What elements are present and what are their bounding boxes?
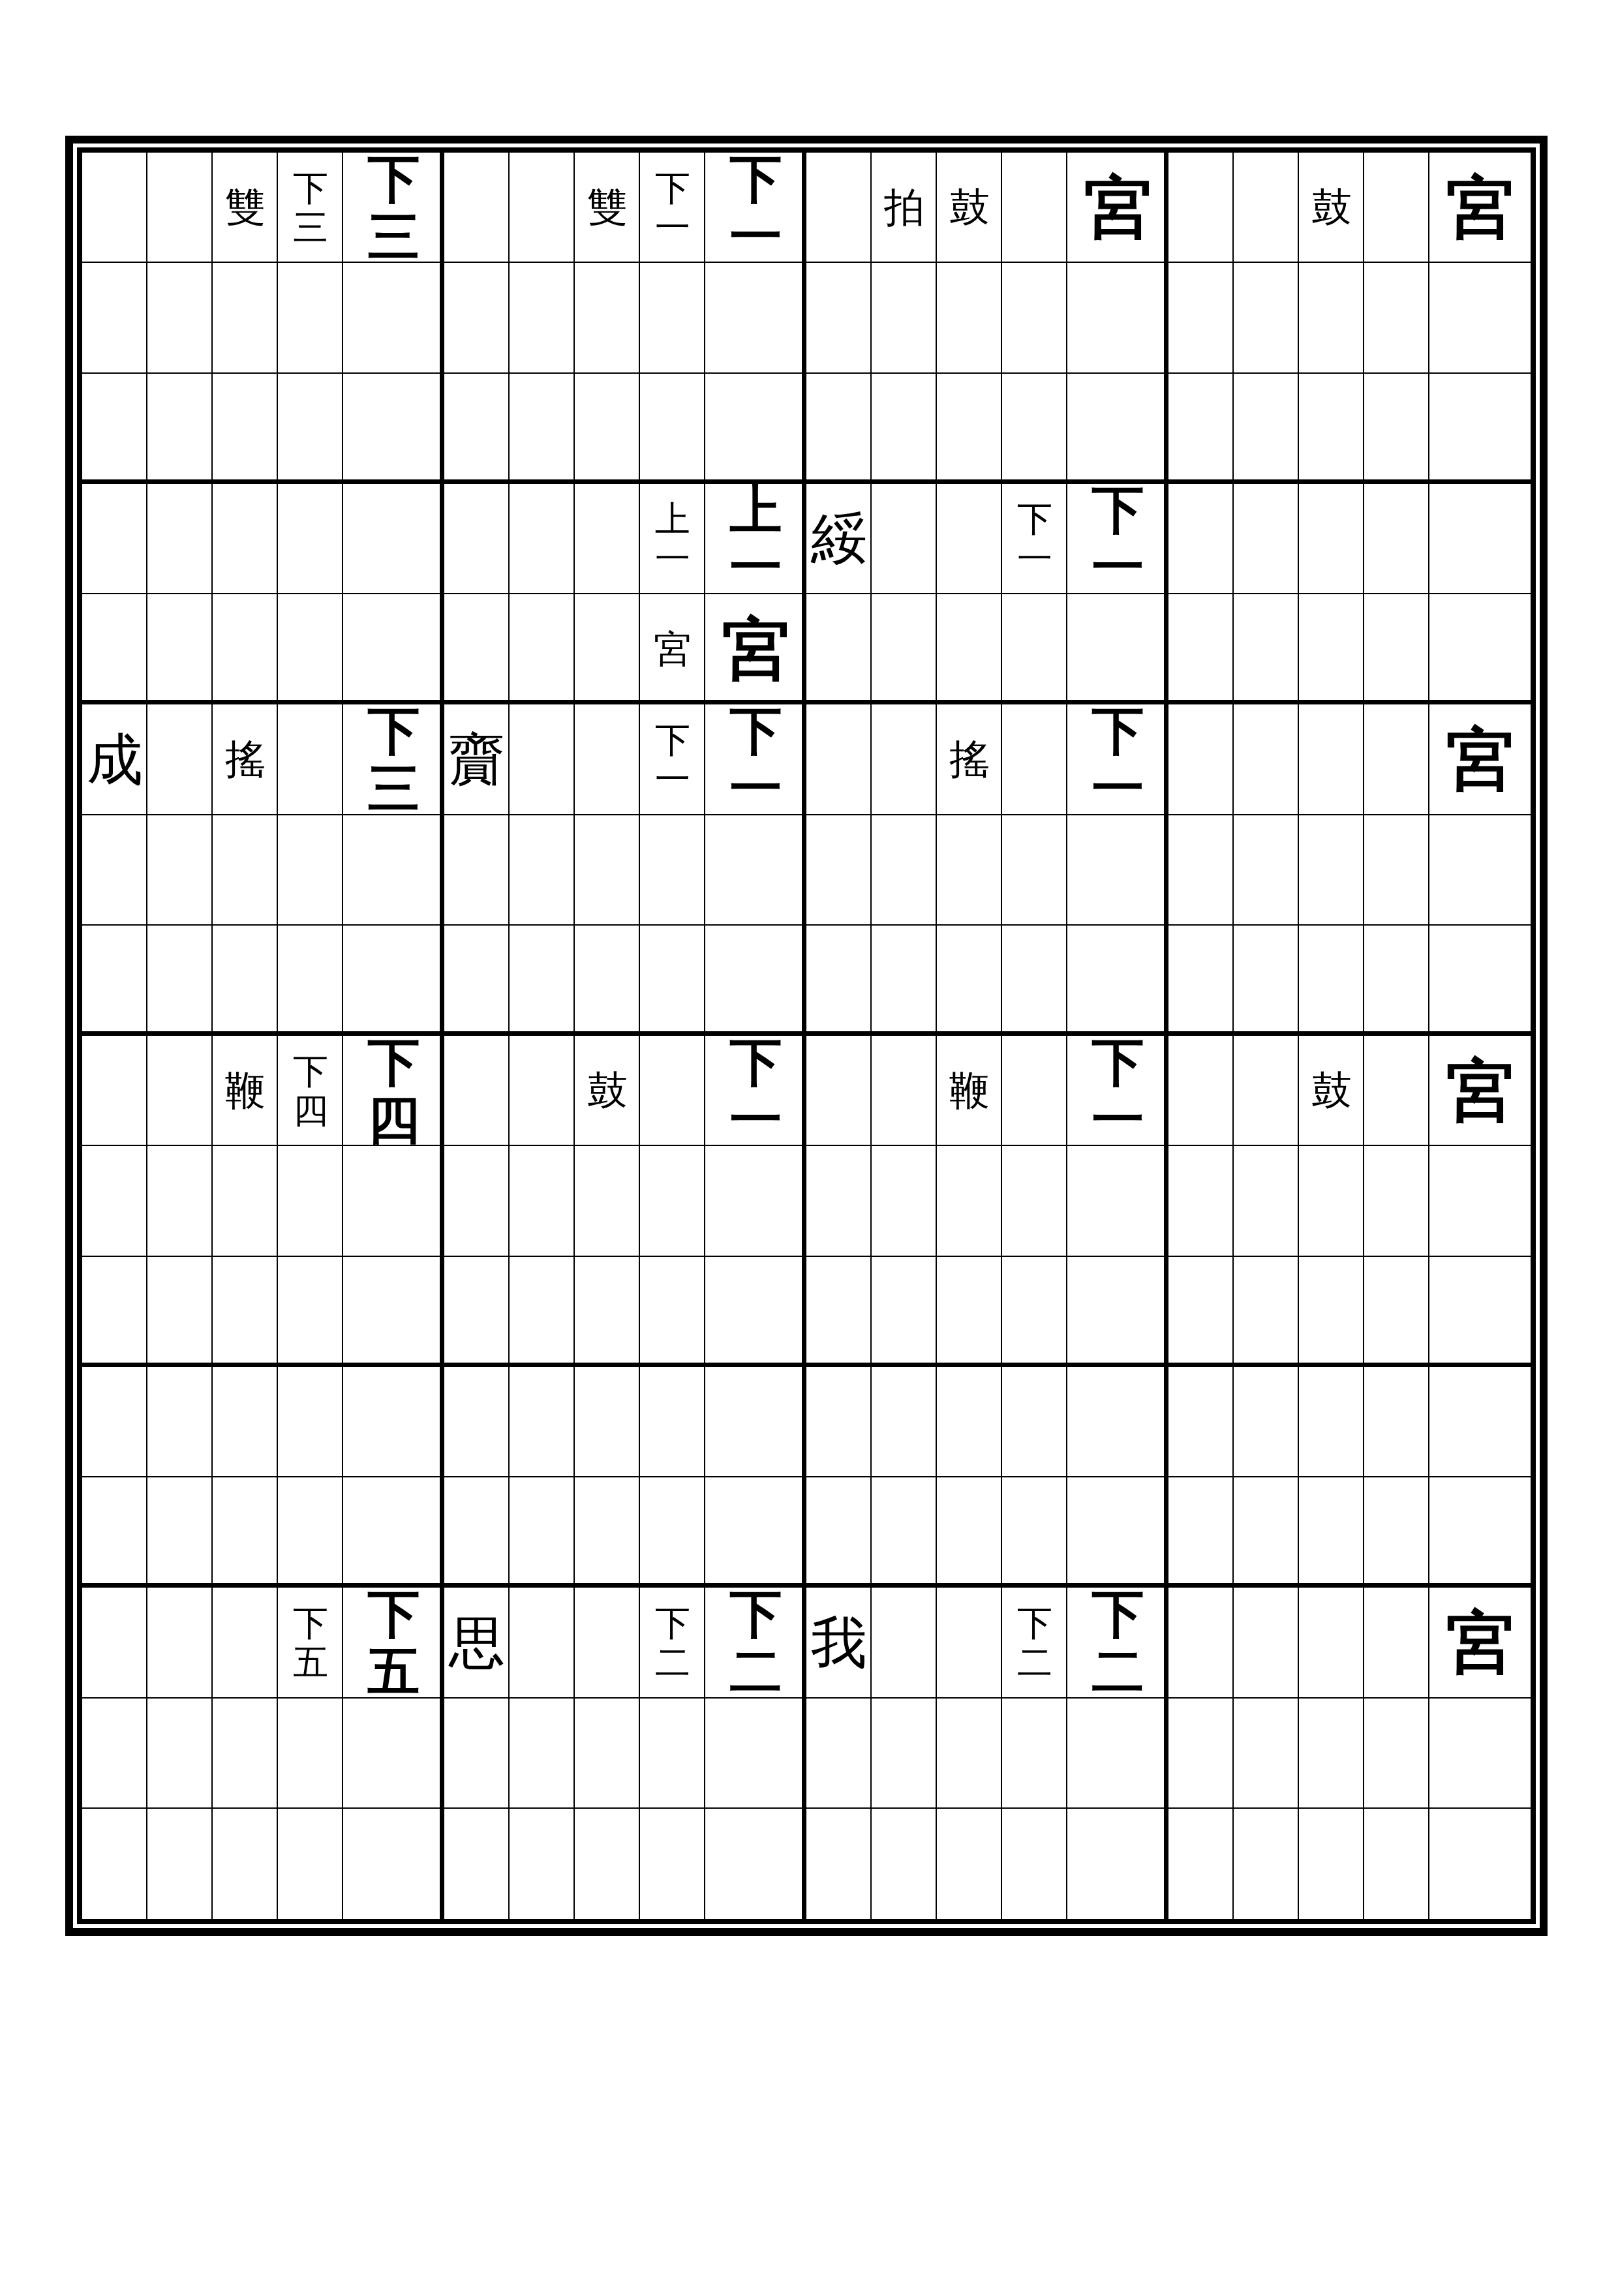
- grid-cell: [278, 926, 343, 1036]
- grid-cell: [1429, 1146, 1531, 1256]
- grid-cell: [278, 1699, 343, 1809]
- grid-cell: [278, 1809, 343, 1919]
- instrument-mark: 雙: [587, 187, 628, 229]
- grid-cell: [1364, 926, 1429, 1036]
- grid-cell: [343, 263, 444, 373]
- grid-cell: [1429, 374, 1531, 484]
- grid-cell: [575, 1699, 640, 1809]
- grid-cell: [147, 1477, 213, 1588]
- grid-cell: [147, 1146, 213, 1256]
- grid-cell: [1067, 594, 1168, 704]
- grid-cell: [1234, 704, 1299, 815]
- grid-cell: [1168, 1809, 1234, 1919]
- grid-cell: [213, 1367, 278, 1477]
- grid-cell: [1429, 1257, 1531, 1367]
- grid-cell: [510, 263, 575, 373]
- glyph-char: 下: [730, 1586, 782, 1643]
- grid-cell: [1067, 815, 1168, 926]
- grid-cell: [806, 1257, 872, 1367]
- grid-cell: [872, 1477, 937, 1588]
- grid-cell: [1364, 1699, 1429, 1809]
- grid-cell: [1168, 704, 1234, 815]
- grid-cell: [1168, 484, 1234, 594]
- grid-cell: [1168, 263, 1234, 373]
- grid-cell: [1067, 926, 1168, 1036]
- grid-cell: [343, 1146, 444, 1256]
- glyph-char: 下: [1017, 500, 1052, 539]
- grid-cell: [640, 1146, 705, 1256]
- grid-cell: [705, 1699, 806, 1809]
- grid-cell: [213, 1477, 278, 1588]
- grid-cell: [1168, 374, 1234, 484]
- grid-cell: [278, 374, 343, 484]
- grid-cell: [1002, 263, 1067, 373]
- glyph-char: 一: [1092, 1091, 1144, 1149]
- grid-cell: [343, 1809, 444, 1919]
- grid-cell: [343, 1257, 444, 1367]
- pitch-small: 下二: [655, 1603, 690, 1682]
- grid-cell: [147, 484, 213, 594]
- glyph-char: 下: [1092, 702, 1144, 760]
- grid-cell: [937, 484, 1002, 594]
- grid-cell: [705, 1367, 806, 1477]
- grid-cell: [1067, 374, 1168, 484]
- glyph-char: 下: [655, 168, 690, 207]
- lyric-char: 我: [811, 1615, 867, 1671]
- table-outer-frame: 雙下三下三雙下一下一拍鼓宮鼓宮上一上一綏下一下一宮宮成搖下三齎下一下一搖下一宮鞭…: [65, 136, 1548, 1936]
- grid-cell: [937, 926, 1002, 1036]
- grid-cell: [1067, 1477, 1168, 1588]
- glyph-char: 一: [1017, 539, 1052, 578]
- grid-cell: [1364, 704, 1429, 815]
- glyph-char: 二: [655, 1643, 690, 1682]
- glyph-char: 下: [293, 1051, 328, 1091]
- grid-cell: [1002, 1257, 1067, 1367]
- grid-cell: [444, 815, 510, 926]
- grid-cell: [1234, 1699, 1299, 1809]
- grid-cell: [1429, 926, 1531, 1036]
- glyph-char: 一: [655, 760, 690, 799]
- grid-cell: [1299, 484, 1364, 594]
- grid-cell: [806, 1367, 872, 1477]
- grid-cell: [343, 1699, 444, 1809]
- grid-cell: [1299, 374, 1364, 484]
- grid-cell: [1168, 926, 1234, 1036]
- grid-cell: [82, 153, 147, 263]
- grid-cell: [806, 1036, 872, 1146]
- grid-cell: [147, 704, 213, 815]
- grid-cell: [213, 1809, 278, 1919]
- grid-cell: [872, 594, 937, 704]
- grid-cell: [806, 1699, 872, 1809]
- grid-cell: [82, 1588, 147, 1698]
- grid-cell: [806, 704, 872, 815]
- pitch-large: 下一: [1092, 1034, 1144, 1149]
- pitch-large: 下二: [1092, 1586, 1144, 1700]
- glyph-char: 一: [730, 1091, 782, 1149]
- grid-cell: [82, 1036, 147, 1146]
- grid-cell: [213, 1588, 278, 1698]
- grid-cell: [575, 1809, 640, 1919]
- grid-cell: [510, 374, 575, 484]
- grid-cell: [1168, 594, 1234, 704]
- grid-cell: [705, 374, 806, 484]
- grid-cell: [1364, 1477, 1429, 1588]
- grid-cell: [937, 594, 1002, 704]
- glyph-char: 二: [1092, 1643, 1144, 1700]
- grid-cell: [575, 1257, 640, 1367]
- grid-cell: [872, 926, 937, 1036]
- grid-cell: [1299, 1809, 1364, 1919]
- glyph-char: 下: [655, 1603, 690, 1642]
- grid-cell: [1168, 1146, 1234, 1256]
- grid-cell: [1429, 1367, 1531, 1477]
- glyph-char: 下: [730, 702, 782, 760]
- glyph-char: 一: [1092, 539, 1144, 596]
- grid-cell: [640, 1367, 705, 1477]
- grid-cell: [872, 1367, 937, 1477]
- grid-cell: [872, 1588, 937, 1698]
- grid-cell: [937, 1588, 1002, 1698]
- grid-cell: [1364, 594, 1429, 704]
- grid-cell: [1364, 1146, 1429, 1256]
- grid-cell: [1067, 1257, 1168, 1367]
- grid-cell: [872, 263, 937, 373]
- glyph-char: 下: [368, 1034, 420, 1091]
- glyph-char: 上: [655, 500, 690, 539]
- grid-cell: [872, 1809, 937, 1919]
- glyph-char: 下: [293, 168, 328, 207]
- glyph-char: 五: [368, 1643, 420, 1700]
- scanned-score-page: { "game": "chinese-ritual-music-score-gr…: [0, 0, 1618, 2296]
- glyph-char: 下: [293, 1603, 328, 1642]
- grid-cell: [1002, 815, 1067, 926]
- grid-cell: [1364, 1257, 1429, 1367]
- grid-cell: [937, 1257, 1002, 1367]
- glyph-char: 二: [1017, 1643, 1052, 1682]
- grid-cell: [575, 263, 640, 373]
- grid-cell: [444, 1146, 510, 1256]
- grid-cell: [510, 1699, 575, 1809]
- grid-cell: [806, 815, 872, 926]
- grid-cell: [1234, 374, 1299, 484]
- grid-cell: [1429, 484, 1531, 594]
- grid-cell: [575, 1146, 640, 1256]
- pitch-large: 宮: [1446, 723, 1514, 797]
- glyph-char: 一: [730, 539, 782, 596]
- grid-cell: [213, 263, 278, 373]
- instrument-mark: 鼓: [587, 1070, 628, 1112]
- glyph-char: 一: [730, 208, 782, 265]
- grid-cell: [343, 484, 444, 594]
- grid-cell: [872, 815, 937, 926]
- pitch-large: 下二: [730, 1586, 782, 1700]
- grid-cell: [1002, 926, 1067, 1036]
- lyric-char: 思: [449, 1615, 505, 1671]
- instrument-mark: 鼓: [949, 187, 990, 229]
- grid-cell: [444, 263, 510, 373]
- grid-cell: [575, 926, 640, 1036]
- grid-cell: [1364, 263, 1429, 373]
- grid-cell: [937, 1146, 1002, 1256]
- lyric-char: 齎: [449, 732, 505, 788]
- grid-cell: [147, 374, 213, 484]
- grid-cell: [1299, 1699, 1364, 1809]
- grid-cell: [343, 815, 444, 926]
- grid-cell: [705, 263, 806, 373]
- grid-cell: [575, 815, 640, 926]
- grid-cell: [1234, 1367, 1299, 1477]
- grid-cell: [1299, 815, 1364, 926]
- grid-cell: [82, 484, 147, 594]
- grid-cell: [510, 1588, 575, 1698]
- grid-cell: [510, 815, 575, 926]
- grid-cell: [278, 815, 343, 926]
- grid-cell: [640, 926, 705, 1036]
- glyph-char: 四: [368, 1091, 420, 1149]
- grid-cell: [444, 1257, 510, 1367]
- grid-cell: [705, 815, 806, 926]
- grid-cell: [872, 484, 937, 594]
- score-grid: 雙下三下三雙下一下一拍鼓宮鼓宮上一上一綏下一下一宮宮成搖下三齎下一下一搖下一宮鞭…: [77, 147, 1536, 1924]
- grid-cell: [1364, 374, 1429, 484]
- glyph-char: 下: [368, 702, 420, 760]
- grid-cell: [575, 374, 640, 484]
- grid-cell: [1429, 1699, 1531, 1809]
- grid-cell: [1299, 1588, 1364, 1698]
- grid-cell: [343, 1367, 444, 1477]
- grid-cell: [575, 484, 640, 594]
- grid-cell: [1002, 153, 1067, 263]
- instrument-mark: 拍: [884, 187, 924, 229]
- grid-cell: [1429, 815, 1531, 926]
- grid-cell: [806, 263, 872, 373]
- grid-cell: [1299, 1477, 1364, 1588]
- grid-cell: [1168, 153, 1234, 263]
- glyph-char: 三: [368, 760, 420, 817]
- grid-cell: [1234, 484, 1299, 594]
- lyric-char: 綏: [811, 511, 867, 567]
- grid-cell: [147, 1809, 213, 1919]
- grid-cell: [82, 1699, 147, 1809]
- pitch-small: 下四: [293, 1051, 328, 1130]
- grid-cell: [806, 1809, 872, 1919]
- grid-cell: [82, 1809, 147, 1919]
- glyph-char: 下: [1092, 1034, 1144, 1091]
- grid-cell: [147, 1588, 213, 1698]
- grid-cell: [1002, 1809, 1067, 1919]
- pitch-large: 下四: [368, 1034, 420, 1149]
- grid-cell: [444, 484, 510, 594]
- grid-cell: [1364, 153, 1429, 263]
- pitch-large: 宮: [1084, 170, 1152, 245]
- grid-cell: [82, 263, 147, 373]
- glyph-char: 二: [730, 1643, 782, 1700]
- instrument-mark: 搖: [949, 738, 990, 781]
- grid-cell: [147, 926, 213, 1036]
- grid-cell: [1429, 1477, 1531, 1588]
- pitch-large: 下一: [730, 702, 782, 817]
- instrument-mark: 鞭: [949, 1070, 990, 1112]
- pitch-large: 宮: [1446, 1053, 1514, 1128]
- grid-cell: [1168, 1477, 1234, 1588]
- grid-cell: [1168, 815, 1234, 926]
- glyph-char: 下: [1092, 1586, 1144, 1643]
- glyph-char: 一: [1092, 760, 1144, 817]
- glyph-char: 三: [293, 208, 328, 247]
- glyph-char: 一: [655, 208, 690, 247]
- grid-cell: [1234, 1036, 1299, 1146]
- grid-cell: [806, 153, 872, 263]
- grid-cell: [278, 484, 343, 594]
- instrument-mark: 搖: [225, 738, 266, 781]
- glyph-char: 一: [655, 539, 690, 578]
- grid-cell: [1429, 594, 1531, 704]
- pitch-large: 下三: [368, 151, 420, 265]
- instrument-mark: 鞭: [225, 1070, 266, 1112]
- grid-cell: [575, 1477, 640, 1588]
- grid-cell: [82, 1477, 147, 1588]
- grid-cell: [510, 1146, 575, 1256]
- grid-cell: [937, 1809, 1002, 1919]
- instrument-mark: 鼓: [1311, 187, 1352, 229]
- grid-cell: [1002, 594, 1067, 704]
- grid-cell: [1234, 1477, 1299, 1588]
- grid-cell: [1002, 374, 1067, 484]
- grid-cell: [510, 153, 575, 263]
- grid-cell: [147, 263, 213, 373]
- grid-cell: [1168, 1257, 1234, 1367]
- glyph-char: 下: [655, 720, 690, 759]
- grid-cell: [510, 1036, 575, 1146]
- glyph-char: 上: [730, 481, 782, 539]
- grid-cell: [510, 1367, 575, 1477]
- grid-cell: [510, 1477, 575, 1588]
- grid-cell: [1234, 1809, 1299, 1919]
- pitch-large: 宮: [1446, 1606, 1514, 1680]
- grid-cell: [1234, 263, 1299, 373]
- grid-cell: [1168, 1588, 1234, 1698]
- grid-cell: [213, 815, 278, 926]
- grid-cell: [444, 926, 510, 1036]
- glyph-char: 下: [1017, 1603, 1052, 1642]
- grid-cell: [82, 926, 147, 1036]
- grid-cell: [343, 374, 444, 484]
- grid-cell: [1067, 1699, 1168, 1809]
- pitch-small: 下三: [293, 168, 328, 247]
- grid-cell: [640, 815, 705, 926]
- grid-cell: [147, 1036, 213, 1146]
- grid-cell: [82, 1146, 147, 1256]
- grid-cell: [510, 1809, 575, 1919]
- grid-cell: [147, 153, 213, 263]
- grid-cell: [806, 1477, 872, 1588]
- grid-cell: [937, 1367, 1002, 1477]
- grid-cell: [278, 1146, 343, 1256]
- instrument-mark: 鼓: [1311, 1070, 1352, 1112]
- grid-cell: [1067, 263, 1168, 373]
- pitch-small: 下一: [655, 720, 690, 799]
- grid-cell: [444, 153, 510, 263]
- grid-cell: [1299, 1257, 1364, 1367]
- glyph-char: 三: [368, 208, 420, 265]
- grid-cell: [1168, 1036, 1234, 1146]
- instrument-mark: 雙: [225, 187, 266, 229]
- grid-cell: [1067, 1809, 1168, 1919]
- grid-cell: [510, 926, 575, 1036]
- grid-cell: [705, 1257, 806, 1367]
- grid-cell: [147, 594, 213, 704]
- grid-cell: [640, 1036, 705, 1146]
- grid-cell: [1299, 594, 1364, 704]
- grid-cell: [213, 926, 278, 1036]
- grid-cell: [1299, 704, 1364, 815]
- grid-cell: [1299, 1146, 1364, 1256]
- grid-cell: [1364, 1367, 1429, 1477]
- grid-cell: [872, 1257, 937, 1367]
- glyph-char: 下: [730, 151, 782, 208]
- grid-cell: [1234, 1588, 1299, 1698]
- pitch-large: 下一: [1092, 702, 1144, 817]
- grid-cell: [872, 374, 937, 484]
- grid-cell: [1002, 1367, 1067, 1477]
- grid-cell: [640, 1699, 705, 1809]
- grid-cell: [213, 1699, 278, 1809]
- grid-cell: [278, 1367, 343, 1477]
- grid-cell: [1364, 1809, 1429, 1919]
- grid-cell: [806, 594, 872, 704]
- grid-cell: [640, 1257, 705, 1367]
- lyric-char: 成: [87, 732, 143, 788]
- grid-cell: [444, 1036, 510, 1146]
- grid-cell: [510, 704, 575, 815]
- grid-cell: [1429, 263, 1531, 373]
- glyph-char: 下: [368, 1586, 420, 1643]
- glyph-char: 五: [293, 1643, 328, 1682]
- grid-cell: [147, 1699, 213, 1809]
- grid-cell: [444, 374, 510, 484]
- grid-cell: [1364, 1036, 1429, 1146]
- grid-cell: [575, 704, 640, 815]
- grid-cell: [213, 1257, 278, 1367]
- grid-cell: [1234, 594, 1299, 704]
- grid-cell: [1002, 1036, 1067, 1146]
- grid-cell: [1234, 815, 1299, 926]
- glyph-char: 下: [368, 151, 420, 208]
- pitch-small: 上一: [655, 500, 690, 579]
- pitch-small: 下二: [1017, 1603, 1052, 1682]
- glyph-char: 下: [1092, 481, 1144, 539]
- grid-cell: [444, 1477, 510, 1588]
- grid-cell: [1234, 1146, 1299, 1256]
- grid-cell: [82, 1367, 147, 1477]
- pitch-large: 下一: [1092, 481, 1144, 596]
- grid-cell: [82, 594, 147, 704]
- grid-cell: [640, 374, 705, 484]
- grid-cell: [872, 1699, 937, 1809]
- grid-cell: [1429, 1809, 1531, 1919]
- grid-cell: [705, 1146, 806, 1256]
- pitch-large: 下一: [730, 1034, 782, 1149]
- grid-cell: [640, 263, 705, 373]
- pitch-large: 上一: [730, 481, 782, 596]
- grid-cell: [806, 926, 872, 1036]
- grid-cell: [147, 1367, 213, 1477]
- pitch-small: 下一: [655, 168, 690, 247]
- grid-cell: [82, 815, 147, 926]
- grid-cell: [705, 1477, 806, 1588]
- grid-cell: [1234, 926, 1299, 1036]
